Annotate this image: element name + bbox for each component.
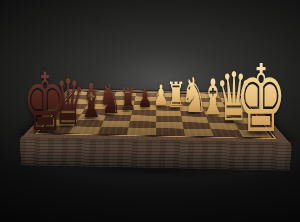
piece-dark-king[interactable]: ♚	[23, 63, 67, 143]
pieces-layer: ♟♟♜♜♞♞♝♝♛♛♚♚	[0, 0, 300, 222]
piece-light-king[interactable]: ♚	[235, 53, 287, 146]
piece-dark-pawn[interactable]: ♟	[138, 85, 152, 111]
scene: ♟♟♜♜♞♞♝♝♛♛♚♚	[0, 0, 300, 222]
piece-dark-rook[interactable]: ♜	[119, 84, 136, 115]
